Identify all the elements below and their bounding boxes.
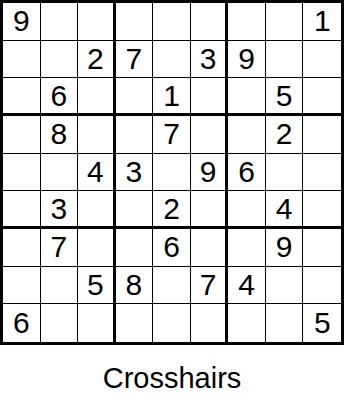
cell-r4c7[interactable] — [228, 116, 266, 154]
given-digit: 5 — [314, 308, 331, 338]
cell-r7c1[interactable] — [3, 229, 41, 267]
given-digit: 1 — [163, 81, 180, 111]
cell-r1c6[interactable] — [191, 3, 229, 41]
cell-r5c1[interactable] — [3, 154, 41, 192]
cell-r5c8[interactable] — [266, 154, 304, 192]
cell-r3c9[interactable] — [303, 78, 341, 116]
cell-r4c8[interactable]: 2 — [266, 116, 304, 154]
cell-r2c5[interactable] — [153, 41, 191, 79]
given-digit: 6 — [163, 232, 180, 262]
cell-r9c1[interactable]: 6 — [3, 304, 41, 342]
cell-r6c7[interactable] — [228, 191, 266, 229]
cell-r3c4[interactable] — [116, 78, 154, 116]
given-digit: 6 — [13, 308, 30, 338]
given-digit: 9 — [238, 44, 255, 74]
cell-r9c5[interactable] — [153, 304, 191, 342]
cell-r9c8[interactable] — [266, 304, 304, 342]
given-digit: 9 — [200, 157, 217, 187]
cell-r6c5[interactable]: 2 — [153, 191, 191, 229]
cell-r2c7[interactable]: 9 — [228, 41, 266, 79]
cell-r3c8[interactable]: 5 — [266, 78, 304, 116]
given-digit: 7 — [126, 44, 143, 74]
given-digit: 3 — [200, 44, 217, 74]
given-digit: 2 — [163, 194, 180, 224]
given-digit: 7 — [200, 270, 217, 300]
given-digit: 6 — [238, 157, 255, 187]
given-digit: 3 — [50, 194, 67, 224]
sudoku-page: 9127396158724396324769587465 Crosshairs — [0, 0, 344, 414]
cell-r6c8[interactable]: 4 — [266, 191, 304, 229]
cell-r4c9[interactable] — [303, 116, 341, 154]
cell-r1c8[interactable] — [266, 3, 304, 41]
cell-r1c5[interactable] — [153, 3, 191, 41]
cell-r8c6[interactable]: 7 — [191, 267, 229, 305]
cell-r6c9[interactable] — [303, 191, 341, 229]
cell-r4c3[interactable] — [78, 116, 116, 154]
cell-r5c5[interactable] — [153, 154, 191, 192]
cell-r8c5[interactable] — [153, 267, 191, 305]
given-digit: 5 — [276, 81, 293, 111]
cell-r8c8[interactable] — [266, 267, 304, 305]
cell-r1c4[interactable] — [116, 3, 154, 41]
cell-r6c3[interactable] — [78, 191, 116, 229]
cell-r6c6[interactable] — [191, 191, 229, 229]
cell-r2c6[interactable]: 3 — [191, 41, 229, 79]
cell-r8c3[interactable]: 5 — [78, 267, 116, 305]
cell-r3c6[interactable] — [191, 78, 229, 116]
cell-r2c2[interactable] — [41, 41, 79, 79]
cell-r6c2[interactable]: 3 — [41, 191, 79, 229]
given-digit: 8 — [50, 119, 67, 149]
cell-r1c3[interactable] — [78, 3, 116, 41]
cell-r6c4[interactable] — [116, 191, 154, 229]
given-digit: 9 — [276, 232, 293, 262]
cell-r4c2[interactable]: 8 — [41, 116, 79, 154]
cell-r9c9[interactable]: 5 — [303, 304, 341, 342]
cell-r5c7[interactable]: 6 — [228, 154, 266, 192]
cell-r3c2[interactable]: 6 — [41, 78, 79, 116]
cell-r9c4[interactable] — [116, 304, 154, 342]
given-digit: 7 — [163, 119, 180, 149]
cell-r8c7[interactable]: 4 — [228, 267, 266, 305]
cell-r7c3[interactable] — [78, 229, 116, 267]
cell-r2c1[interactable] — [3, 41, 41, 79]
cell-r2c9[interactable] — [303, 41, 341, 79]
cell-r3c7[interactable] — [228, 78, 266, 116]
given-digit: 9 — [13, 6, 30, 36]
cell-r5c6[interactable]: 9 — [191, 154, 229, 192]
cell-r5c3[interactable]: 4 — [78, 154, 116, 192]
cell-r2c8[interactable] — [266, 41, 304, 79]
cell-r7c7[interactable] — [228, 229, 266, 267]
cell-r4c6[interactable] — [191, 116, 229, 154]
given-digit: 4 — [87, 157, 104, 187]
cell-r8c2[interactable] — [41, 267, 79, 305]
cell-r5c4[interactable]: 3 — [116, 154, 154, 192]
cell-r1c7[interactable] — [228, 3, 266, 41]
given-digit: 2 — [276, 119, 293, 149]
given-digit: 2 — [87, 44, 104, 74]
cell-r7c4[interactable] — [116, 229, 154, 267]
cell-r3c5[interactable]: 1 — [153, 78, 191, 116]
cell-r7c2[interactable]: 7 — [41, 229, 79, 267]
cell-r7c9[interactable] — [303, 229, 341, 267]
cell-r1c1[interactable]: 9 — [3, 3, 41, 41]
cell-r2c3[interactable]: 2 — [78, 41, 116, 79]
given-digit: 5 — [87, 270, 104, 300]
given-digit: 4 — [238, 270, 255, 300]
given-digit: 6 — [50, 81, 67, 111]
cell-r9c2[interactable] — [41, 304, 79, 342]
given-digit: 4 — [276, 194, 293, 224]
given-digit: 3 — [126, 157, 143, 187]
given-digit: 1 — [314, 6, 331, 36]
given-digit: 7 — [50, 232, 67, 262]
cell-r5c9[interactable] — [303, 154, 341, 192]
cell-r4c5[interactable]: 7 — [153, 116, 191, 154]
cell-r1c9[interactable]: 1 — [303, 3, 341, 41]
cell-r8c9[interactable] — [303, 267, 341, 305]
cell-r4c4[interactable] — [116, 116, 154, 154]
cell-r8c1[interactable] — [3, 267, 41, 305]
cell-r2c4[interactable]: 7 — [116, 41, 154, 79]
cell-r8c4[interactable]: 8 — [116, 267, 154, 305]
cell-r9c7[interactable] — [228, 304, 266, 342]
cell-r3c1[interactable] — [3, 78, 41, 116]
sudoku-board: 9127396158724396324769587465 — [0, 0, 344, 345]
cell-r7c8[interactable]: 9 — [266, 229, 304, 267]
cell-r7c5[interactable]: 6 — [153, 229, 191, 267]
puzzle-title: Crosshairs — [0, 362, 344, 395]
cell-r9c6[interactable] — [191, 304, 229, 342]
cell-r9c3[interactable] — [78, 304, 116, 342]
cell-r3c3[interactable] — [78, 78, 116, 116]
cell-r6c1[interactable] — [3, 191, 41, 229]
cell-r4c1[interactable] — [3, 116, 41, 154]
cell-r1c2[interactable] — [41, 3, 79, 41]
cell-r5c2[interactable] — [41, 154, 79, 192]
given-digit: 8 — [126, 270, 143, 300]
cell-r7c6[interactable] — [191, 229, 229, 267]
